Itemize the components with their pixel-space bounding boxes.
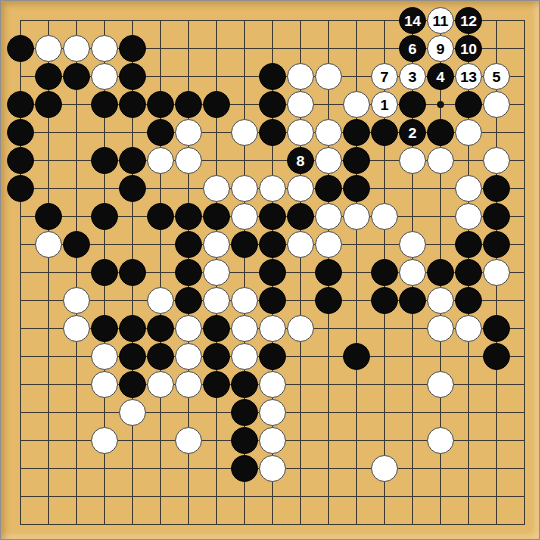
board-point-12-15[interactable] [343,427,371,455]
board-point-15-18[interactable] [427,511,455,539]
board-point-9-2[interactable] [259,63,287,91]
board-point-8-14[interactable] [231,399,259,427]
board-point-11-8[interactable] [315,231,343,259]
board-point-3-14[interactable] [91,399,119,427]
board-point-7-10[interactable] [203,287,231,315]
board-point-0-9[interactable] [7,259,35,287]
board-point-11-12[interactable] [315,343,343,371]
board-point-17-11[interactable] [483,315,511,343]
board-point-3-7[interactable] [91,203,119,231]
board-point-17-15[interactable] [483,427,511,455]
board-point-1-8[interactable] [35,231,63,259]
board-point-18-9[interactable] [511,259,539,287]
board-point-9-11[interactable] [259,315,287,343]
board-point-17-4[interactable] [483,119,511,147]
board-point-1-4[interactable] [35,119,63,147]
board-point-0-3[interactable] [7,91,35,119]
board-point-11-6[interactable] [315,175,343,203]
board-point-4-15[interactable] [119,427,147,455]
board-point-16-13[interactable] [455,371,483,399]
board-point-5-18[interactable] [147,511,175,539]
board-point-4-7[interactable] [119,203,147,231]
board-point-6-6[interactable] [175,175,203,203]
board-point-7-1[interactable] [203,35,231,63]
board-point-12-18[interactable] [343,511,371,539]
board-point-5-2[interactable] [147,63,175,91]
board-point-1-16[interactable] [35,455,63,483]
board-point-0-10[interactable] [7,287,35,315]
board-point-3-9[interactable] [91,259,119,287]
board-point-16-6[interactable] [455,175,483,203]
board-point-18-0[interactable] [511,7,539,35]
board-point-0-15[interactable] [7,427,35,455]
board-point-1-13[interactable] [35,371,63,399]
board-point-2-13[interactable] [63,371,91,399]
board-point-16-7[interactable] [455,203,483,231]
board-point-6-11[interactable] [175,315,203,343]
board-point-7-7[interactable] [203,203,231,231]
board-point-6-18[interactable] [175,511,203,539]
board-point-5-3[interactable] [147,91,175,119]
board-point-16-12[interactable] [455,343,483,371]
board-point-11-2[interactable] [315,63,343,91]
board-point-1-2[interactable] [35,63,63,91]
board-point-13-10[interactable] [371,287,399,315]
board-point-16-14[interactable] [455,399,483,427]
board-point-13-17[interactable] [371,483,399,511]
board-point-3-11[interactable] [91,315,119,343]
board-point-6-2[interactable] [175,63,203,91]
board-point-8-10[interactable] [231,287,259,315]
board-point-13-13[interactable] [371,371,399,399]
board-point-18-4[interactable] [511,119,539,147]
board-point-10-0[interactable] [287,7,315,35]
board-point-9-13[interactable] [259,371,287,399]
board-point-5-16[interactable] [147,455,175,483]
board-point-10-2[interactable] [287,63,315,91]
board-point-4-18[interactable] [119,511,147,539]
board-point-11-9[interactable] [315,259,343,287]
board-point-6-1[interactable] [175,35,203,63]
board-point-0-14[interactable] [7,399,35,427]
board-point-16-5[interactable] [455,147,483,175]
board-point-16-1[interactable]: 10 [455,35,483,63]
board-point-13-0[interactable] [371,7,399,35]
board-point-2-9[interactable] [63,259,91,287]
board-point-3-5[interactable] [91,147,119,175]
board-point-12-17[interactable] [343,483,371,511]
board-point-14-5[interactable] [399,147,427,175]
board-point-13-6[interactable] [371,175,399,203]
board-point-3-2[interactable] [91,63,119,91]
board-point-15-5[interactable] [427,147,455,175]
board-point-8-15[interactable] [231,427,259,455]
board-point-8-17[interactable] [231,483,259,511]
board-point-14-17[interactable] [399,483,427,511]
board-point-8-2[interactable] [231,63,259,91]
board-point-3-4[interactable] [91,119,119,147]
board-point-4-4[interactable] [119,119,147,147]
board-point-7-15[interactable] [203,427,231,455]
board-point-8-7[interactable] [231,203,259,231]
board-point-14-0[interactable]: 14 [399,7,427,35]
board-point-12-7[interactable] [343,203,371,231]
board-point-4-8[interactable] [119,231,147,259]
board-point-8-0[interactable] [231,7,259,35]
board-point-15-4[interactable] [427,119,455,147]
board-point-15-1[interactable]: 9 [427,35,455,63]
board-point-16-10[interactable] [455,287,483,315]
board-point-2-14[interactable] [63,399,91,427]
board-point-18-2[interactable] [511,63,539,91]
board-point-10-9[interactable] [287,259,315,287]
board-point-7-14[interactable] [203,399,231,427]
board-point-18-6[interactable] [511,175,539,203]
board-point-7-9[interactable] [203,259,231,287]
board-point-12-13[interactable] [343,371,371,399]
board-point-10-3[interactable] [287,91,315,119]
board-point-3-8[interactable] [91,231,119,259]
board-point-5-15[interactable] [147,427,175,455]
board-point-4-5[interactable] [119,147,147,175]
board-point-6-7[interactable] [175,203,203,231]
board-point-18-16[interactable] [511,455,539,483]
board-point-17-13[interactable] [483,371,511,399]
board-point-4-10[interactable] [119,287,147,315]
board-point-16-18[interactable] [455,511,483,539]
board-point-0-11[interactable] [7,315,35,343]
board-point-10-16[interactable] [287,455,315,483]
board-point-7-3[interactable] [203,91,231,119]
board-point-16-16[interactable] [455,455,483,483]
board-point-4-3[interactable] [119,91,147,119]
board-point-5-12[interactable] [147,343,175,371]
board-point-16-9[interactable] [455,259,483,287]
board-point-7-12[interactable] [203,343,231,371]
board-point-13-4[interactable] [371,119,399,147]
board-point-8-1[interactable] [231,35,259,63]
board-point-3-12[interactable] [91,343,119,371]
board-point-0-1[interactable] [7,35,35,63]
board-point-15-9[interactable] [427,259,455,287]
board-point-15-15[interactable] [427,427,455,455]
board-point-6-10[interactable] [175,287,203,315]
board-point-8-18[interactable] [231,511,259,539]
board-point-13-11[interactable] [371,315,399,343]
board-point-15-14[interactable] [427,399,455,427]
board-point-1-5[interactable] [35,147,63,175]
board-point-11-10[interactable] [315,287,343,315]
board-point-9-18[interactable] [259,511,287,539]
board-point-4-17[interactable] [119,483,147,511]
board-point-18-11[interactable] [511,315,539,343]
board-point-3-16[interactable] [91,455,119,483]
board-point-7-17[interactable] [203,483,231,511]
board-point-17-12[interactable] [483,343,511,371]
board-point-17-8[interactable] [483,231,511,259]
board-point-7-6[interactable] [203,175,231,203]
board-point-1-12[interactable] [35,343,63,371]
board-point-18-12[interactable] [511,343,539,371]
board-point-13-14[interactable] [371,399,399,427]
board-point-13-12[interactable] [371,343,399,371]
board-point-18-18[interactable] [511,511,539,539]
board-point-13-9[interactable] [371,259,399,287]
board-point-6-13[interactable] [175,371,203,399]
board-point-15-0[interactable]: 11 [427,7,455,35]
board-point-1-1[interactable] [35,35,63,63]
board-point-12-10[interactable] [343,287,371,315]
board-point-17-5[interactable] [483,147,511,175]
board-point-3-17[interactable] [91,483,119,511]
board-point-7-2[interactable] [203,63,231,91]
board-point-16-11[interactable] [455,315,483,343]
board-point-8-13[interactable] [231,371,259,399]
board-point-17-17[interactable] [483,483,511,511]
board-point-3-13[interactable] [91,371,119,399]
board-point-18-7[interactable] [511,203,539,231]
board-point-16-8[interactable] [455,231,483,259]
board-point-8-5[interactable] [231,147,259,175]
board-point-4-12[interactable] [119,343,147,371]
board-point-0-5[interactable] [7,147,35,175]
board-point-0-7[interactable] [7,203,35,231]
board-point-15-11[interactable] [427,315,455,343]
board-point-12-4[interactable] [343,119,371,147]
board-point-11-14[interactable] [315,399,343,427]
board-point-17-6[interactable] [483,175,511,203]
board-point-18-8[interactable] [511,231,539,259]
board-point-14-1[interactable]: 6 [399,35,427,63]
board-point-14-8[interactable] [399,231,427,259]
board-point-12-2[interactable] [343,63,371,91]
board-point-11-18[interactable] [315,511,343,539]
board-point-14-10[interactable] [399,287,427,315]
board-point-14-2[interactable]: 3 [399,63,427,91]
board-point-4-6[interactable] [119,175,147,203]
board-point-9-5[interactable] [259,147,287,175]
board-point-7-16[interactable] [203,455,231,483]
board-point-5-4[interactable] [147,119,175,147]
board-point-3-10[interactable] [91,287,119,315]
board-point-0-12[interactable] [7,343,35,371]
board-point-18-10[interactable] [511,287,539,315]
board-point-2-5[interactable] [63,147,91,175]
board-point-0-17[interactable] [7,483,35,511]
board-point-1-15[interactable] [35,427,63,455]
board-point-10-18[interactable] [287,511,315,539]
board-point-2-15[interactable] [63,427,91,455]
board-point-16-0[interactable]: 12 [455,7,483,35]
board-point-3-0[interactable] [91,7,119,35]
board-point-18-1[interactable] [511,35,539,63]
board-point-1-0[interactable] [35,7,63,35]
board-point-0-0[interactable] [7,7,35,35]
board-point-6-12[interactable] [175,343,203,371]
board-point-5-0[interactable] [147,7,175,35]
board-point-3-1[interactable] [91,35,119,63]
board-point-18-13[interactable] [511,371,539,399]
board-point-5-11[interactable] [147,315,175,343]
board-point-13-2[interactable]: 7 [371,63,399,91]
board-point-6-14[interactable] [175,399,203,427]
board-point-13-7[interactable] [371,203,399,231]
board-point-15-8[interactable] [427,231,455,259]
board-point-0-8[interactable] [7,231,35,259]
board-point-17-2[interactable]: 5 [483,63,511,91]
board-point-6-0[interactable] [175,7,203,35]
board-point-1-9[interactable] [35,259,63,287]
board-point-3-18[interactable] [91,511,119,539]
board-point-11-1[interactable] [315,35,343,63]
board-point-4-16[interactable] [119,455,147,483]
board-point-16-17[interactable] [455,483,483,511]
board-point-18-14[interactable] [511,399,539,427]
board-point-18-5[interactable] [511,147,539,175]
board-point-14-18[interactable] [399,511,427,539]
board-point-7-8[interactable] [203,231,231,259]
board-point-5-8[interactable] [147,231,175,259]
board-point-15-16[interactable] [427,455,455,483]
board-point-14-11[interactable] [399,315,427,343]
board-point-9-14[interactable] [259,399,287,427]
board-point-8-3[interactable] [231,91,259,119]
board-point-11-11[interactable] [315,315,343,343]
board-point-12-6[interactable] [343,175,371,203]
board-point-8-8[interactable] [231,231,259,259]
board-point-0-13[interactable] [7,371,35,399]
board-point-2-1[interactable] [63,35,91,63]
board-point-1-17[interactable] [35,483,63,511]
board-point-1-7[interactable] [35,203,63,231]
board-point-2-8[interactable] [63,231,91,259]
board-point-12-14[interactable] [343,399,371,427]
board-point-5-17[interactable] [147,483,175,511]
board-point-11-13[interactable] [315,371,343,399]
board-point-2-6[interactable] [63,175,91,203]
board-point-12-3[interactable] [343,91,371,119]
board-point-14-12[interactable] [399,343,427,371]
board-point-9-6[interactable] [259,175,287,203]
board-point-4-2[interactable] [119,63,147,91]
board-point-2-12[interactable] [63,343,91,371]
board-point-14-14[interactable] [399,399,427,427]
board-point-6-15[interactable] [175,427,203,455]
board-point-11-4[interactable] [315,119,343,147]
board-point-17-16[interactable] [483,455,511,483]
board-point-8-4[interactable] [231,119,259,147]
board-point-2-11[interactable] [63,315,91,343]
board-point-17-14[interactable] [483,399,511,427]
board-point-17-0[interactable] [483,7,511,35]
board-point-18-3[interactable] [511,91,539,119]
board-point-2-17[interactable] [63,483,91,511]
board-point-6-5[interactable] [175,147,203,175]
board-point-17-18[interactable] [483,511,511,539]
board-point-11-5[interactable] [315,147,343,175]
board-point-17-9[interactable] [483,259,511,287]
board-point-15-13[interactable] [427,371,455,399]
board-point-3-15[interactable] [91,427,119,455]
board-point-2-16[interactable] [63,455,91,483]
board-point-3-6[interactable] [91,175,119,203]
board-point-1-18[interactable] [35,511,63,539]
board-point-2-3[interactable] [63,91,91,119]
board-point-10-7[interactable] [287,203,315,231]
board-point-6-4[interactable] [175,119,203,147]
board-point-12-16[interactable] [343,455,371,483]
board-point-14-6[interactable] [399,175,427,203]
board-point-15-17[interactable] [427,483,455,511]
board-point-2-4[interactable] [63,119,91,147]
board-point-15-6[interactable] [427,175,455,203]
board-point-1-3[interactable] [35,91,63,119]
board-point-7-13[interactable] [203,371,231,399]
board-point-5-13[interactable] [147,371,175,399]
board-point-13-18[interactable] [371,511,399,539]
board-point-5-6[interactable] [147,175,175,203]
board-point-5-14[interactable] [147,399,175,427]
board-point-10-5[interactable]: 8 [287,147,315,175]
board-point-17-1[interactable] [483,35,511,63]
board-point-4-11[interactable] [119,315,147,343]
board-point-10-12[interactable] [287,343,315,371]
board-point-15-7[interactable] [427,203,455,231]
board-point-4-14[interactable] [119,399,147,427]
board-point-18-15[interactable] [511,427,539,455]
board-point-15-3[interactable] [427,91,455,119]
board-point-8-12[interactable] [231,343,259,371]
board-point-9-15[interactable] [259,427,287,455]
board-point-4-13[interactable] [119,371,147,399]
board-point-7-0[interactable] [203,7,231,35]
board-point-3-3[interactable] [91,91,119,119]
board-point-14-7[interactable] [399,203,427,231]
board-point-10-14[interactable] [287,399,315,427]
board-point-12-1[interactable] [343,35,371,63]
board-point-12-8[interactable] [343,231,371,259]
board-point-15-12[interactable] [427,343,455,371]
board-point-5-5[interactable] [147,147,175,175]
board-point-13-1[interactable] [371,35,399,63]
board-point-14-16[interactable] [399,455,427,483]
board-point-5-7[interactable] [147,203,175,231]
board-point-9-3[interactable] [259,91,287,119]
board-point-9-1[interactable] [259,35,287,63]
board-point-5-9[interactable] [147,259,175,287]
board-point-14-3[interactable] [399,91,427,119]
board-point-10-1[interactable] [287,35,315,63]
board-point-9-9[interactable] [259,259,287,287]
board-point-17-7[interactable] [483,203,511,231]
board-point-14-4[interactable]: 2 [399,119,427,147]
board-point-2-0[interactable] [63,7,91,35]
board-point-9-0[interactable] [259,7,287,35]
board-point-11-7[interactable] [315,203,343,231]
board-point-10-10[interactable] [287,287,315,315]
board-point-17-3[interactable] [483,91,511,119]
board-point-15-10[interactable] [427,287,455,315]
board-point-6-8[interactable] [175,231,203,259]
board-point-0-4[interactable] [7,119,35,147]
board-point-10-6[interactable] [287,175,315,203]
board-point-2-7[interactable] [63,203,91,231]
board-point-14-15[interactable] [399,427,427,455]
board-point-2-10[interactable] [63,287,91,315]
board-point-17-10[interactable] [483,287,511,315]
board-point-13-15[interactable] [371,427,399,455]
board-point-5-10[interactable] [147,287,175,315]
